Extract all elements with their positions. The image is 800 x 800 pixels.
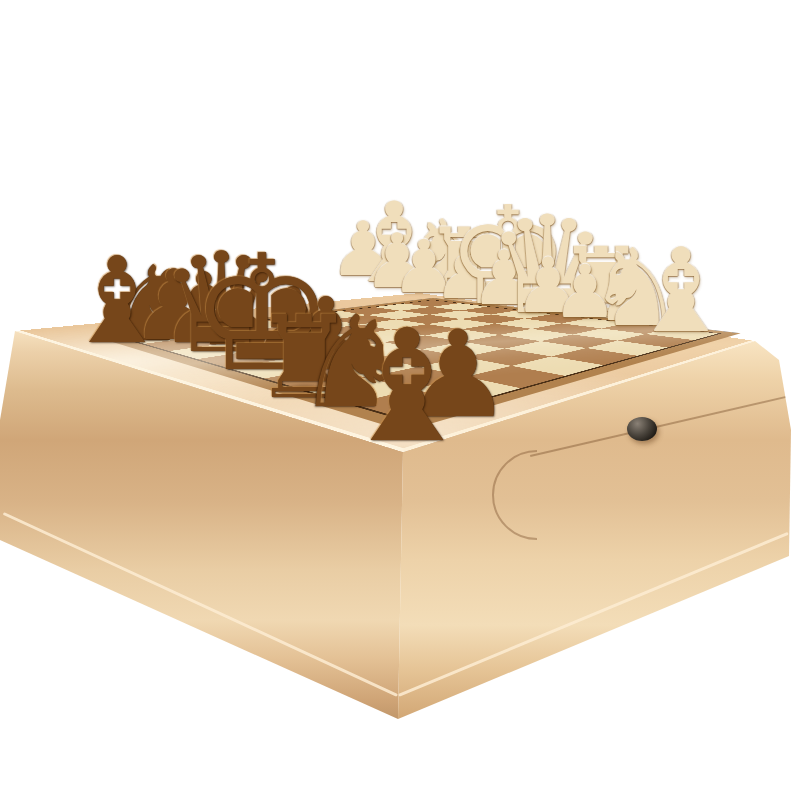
- black-bishop: ♝: [64, 242, 171, 361]
- black-bishop: ♝: [338, 309, 477, 464]
- white-bishop: ♝: [629, 233, 733, 349]
- product-photo: ♟♝♞♟♜♟♟♚♟♛♟♜♟♟♞♝♞♟♝♟♟♛♟♚♟♜♞♟♝: [0, 0, 800, 800]
- pieces-layer: ♟♝♞♟♜♟♟♚♟♛♟♜♟♟♞♝♞♟♝♟♟♛♟♚♟♜♞♟♝: [0, 0, 800, 800]
